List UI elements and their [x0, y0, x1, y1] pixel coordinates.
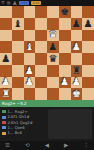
- square-b3[interactable]: [12, 65, 24, 77]
- white-pawn: ♟: [72, 42, 81, 52]
- square-b2[interactable]: [12, 77, 24, 89]
- black-bishop: ♝: [13, 18, 22, 28]
- square-f7[interactable]: [59, 18, 71, 30]
- square-c4[interactable]: [24, 53, 36, 65]
- square-a5[interactable]: [0, 41, 12, 53]
- square-b8[interactable]: [12, 6, 24, 18]
- square-d4[interactable]: [35, 53, 47, 65]
- black-pawn: ♟: [48, 42, 57, 52]
- status-text: Rxg2+ −5.2: [2, 102, 27, 106]
- square-e8[interactable]: [47, 6, 59, 18]
- square-c2[interactable]: ♟: [24, 77, 36, 89]
- square-a2[interactable]: ♟: [0, 77, 12, 89]
- white-pawn: ♟: [25, 77, 34, 87]
- square-g8[interactable]: [71, 6, 83, 18]
- status-bar: Rxg2+ −5.2: [0, 100, 94, 107]
- chess-board[interactable]: ♚♝♟♟♛♝♟♟♟♛♟♜♟♟♟♟♜♚: [0, 6, 94, 100]
- black-pawn: ♟: [1, 53, 10, 63]
- square-g3[interactable]: ♜: [71, 65, 83, 77]
- square-c3[interactable]: ♟: [24, 65, 36, 77]
- analysis-row[interactable]: 2.Kh1 Qxg2#: [2, 121, 46, 125]
- move-quality-chip: [2, 110, 6, 113]
- square-f3[interactable]: [59, 65, 71, 77]
- square-f1[interactable]: [59, 88, 71, 100]
- square-g2[interactable]: ♟: [71, 77, 83, 89]
- white-bishop: ♝: [25, 42, 34, 52]
- square-c8[interactable]: [24, 6, 36, 18]
- analysis-row[interactable]: 1... Rxg2+: [2, 110, 46, 114]
- black-king: ♚: [60, 6, 69, 16]
- square-f2[interactable]: ♟: [59, 77, 71, 89]
- square-e5[interactable]: ♟: [47, 41, 59, 53]
- square-g4[interactable]: [71, 53, 83, 65]
- move-text: 1... Qxe6: [8, 126, 25, 130]
- move-text: 2.Kf1 Qh1#: [8, 115, 30, 119]
- square-b1[interactable]: [12, 88, 24, 100]
- square-h2[interactable]: [82, 77, 94, 89]
- black-pawn: ♟: [84, 18, 93, 28]
- forward-icon[interactable]: ▶: [64, 143, 68, 149]
- square-d1[interactable]: [35, 88, 47, 100]
- square-h8[interactable]: [82, 6, 94, 18]
- square-f8[interactable]: ♚: [59, 6, 71, 18]
- square-e2[interactable]: [47, 77, 59, 89]
- back-icon[interactable]: ◀: [45, 143, 49, 149]
- square-c7[interactable]: [24, 18, 36, 30]
- white-pawn-icon: ♙: [13, 1, 17, 6]
- square-d7[interactable]: [35, 18, 47, 30]
- analysis-row[interactable]: 1... Qxe6: [2, 126, 46, 130]
- blue-clock-badge[interactable]: 0:05: [19, 1, 29, 5]
- black-rook: ♜: [72, 65, 81, 75]
- square-b5[interactable]: [12, 41, 24, 53]
- move-quality-chip: [2, 132, 6, 135]
- square-a1[interactable]: ♜: [0, 88, 12, 100]
- white-pawn: ♟: [60, 77, 69, 87]
- square-d2[interactable]: [35, 77, 47, 89]
- white-rook: ♜: [1, 89, 10, 99]
- move-quality-chip: [2, 126, 6, 129]
- menu-icon[interactable]: ☰: [5, 143, 10, 149]
- engine-output-panel[interactable]: [48, 109, 92, 139]
- square-g1[interactable]: ♚: [71, 88, 83, 100]
- board-grid-icon[interactable]: ▦: [7, 1, 11, 5]
- square-g6[interactable]: [71, 30, 83, 42]
- move-quality-chip: [2, 121, 6, 124]
- black-queen: ♛: [48, 53, 57, 63]
- square-d8[interactable]: [35, 6, 47, 18]
- bottom-toolbar: ☰⟲◀▶⋮: [0, 141, 94, 150]
- menu-icon[interactable]: ≡: [1, 1, 5, 6]
- white-king: ♚: [72, 89, 81, 99]
- analysis-panel: 1... Rxg2+2.Kf1 Qh1#2.Kh1 Qxg2#1... Qxe6…: [0, 107, 94, 141]
- white-queen: ♛: [48, 30, 57, 40]
- square-h4[interactable]: [82, 53, 94, 65]
- square-b4[interactable]: [12, 53, 24, 65]
- square-b6[interactable]: [12, 30, 24, 42]
- move-text: 1... Rxg2+: [8, 110, 28, 114]
- square-d5[interactable]: [35, 41, 47, 53]
- move-quality-chip: [2, 116, 6, 119]
- square-h1[interactable]: [82, 88, 94, 100]
- square-h6[interactable]: [82, 30, 94, 42]
- square-f6[interactable]: [59, 30, 71, 42]
- square-h3[interactable]: [82, 65, 94, 77]
- square-e6[interactable]: ♛: [47, 30, 59, 42]
- square-g5[interactable]: ♟: [71, 41, 83, 53]
- square-a3[interactable]: [0, 65, 12, 77]
- square-d3[interactable]: [35, 65, 47, 77]
- square-a7[interactable]: [0, 18, 12, 30]
- analysis-row[interactable]: 1... Bc8: [2, 131, 46, 135]
- move-text: 2.Kh1 Qxg2#: [8, 121, 33, 125]
- black-pawn: ♟: [72, 18, 81, 28]
- square-c1[interactable]: [24, 88, 36, 100]
- app-screen: ≡ ▦ ♙ 0:05 0:05 ♚♝♟♟♛♝♟♟♟♛♟♜♟♟♟♟♜♚ Rxg2+…: [0, 0, 94, 150]
- square-c6[interactable]: [24, 30, 36, 42]
- square-b7[interactable]: ♝: [12, 18, 24, 30]
- square-g7[interactable]: ♟: [71, 18, 83, 30]
- square-e4[interactable]: ♛: [47, 53, 59, 65]
- move-text: 1... Bc8: [8, 131, 22, 135]
- undo-icon[interactable]: ⟲: [25, 143, 30, 149]
- square-d6[interactable]: [35, 30, 47, 42]
- square-a8[interactable]: [0, 6, 12, 18]
- white-pawn: ♟: [1, 77, 10, 87]
- white-pawn: ♟: [25, 65, 34, 75]
- square-a6[interactable]: [0, 30, 12, 42]
- more-icon[interactable]: ⋮: [83, 143, 89, 149]
- square-e7[interactable]: [47, 18, 59, 30]
- square-h5[interactable]: [82, 41, 94, 53]
- square-h7[interactable]: ♟: [82, 18, 94, 30]
- white-pawn: ♟: [72, 77, 81, 87]
- square-e1[interactable]: [47, 88, 59, 100]
- square-f4[interactable]: [59, 53, 71, 65]
- analysis-row[interactable]: 2.Kf1 Qh1#: [2, 115, 46, 119]
- yellow-clock-badge[interactable]: 0:05: [31, 1, 41, 5]
- square-a4[interactable]: ♟: [0, 53, 12, 65]
- square-c5[interactable]: ♝: [24, 41, 36, 53]
- move-list: 1... Rxg2+2.Kf1 Qh1#2.Kh1 Qxg2#1... Qxe6…: [2, 109, 46, 139]
- square-f5[interactable]: [59, 41, 71, 53]
- square-e3[interactable]: [47, 65, 59, 77]
